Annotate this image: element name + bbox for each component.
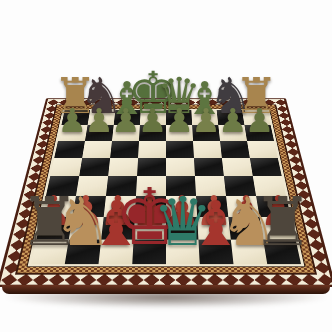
piece-green-P-f7[interactable]: ♟: [191, 104, 221, 137]
piece-green-P-h7[interactable]: ♟: [245, 104, 275, 137]
piece-green-P-a7[interactable]: ♟: [58, 104, 88, 137]
chess-set-photo: ♜♞♝♚♛♝♞♜♟♟♟♟♟♟♟♟♟♟♟♟♟♟♟♟♜♞♝♚♛♝♞♜: [0, 0, 332, 332]
piece-green-P-c7[interactable]: ♟: [111, 104, 141, 137]
piece-green-P-e7[interactable]: ♟: [165, 104, 195, 137]
piece-green-P-b7[interactable]: ♟: [84, 104, 114, 137]
pieces-layer: ♜♞♝♚♛♝♞♜♟♟♟♟♟♟♟♟♟♟♟♟♟♟♟♟♜♞♝♚♛♝♞♜: [0, 0, 332, 332]
piece-green-P-g7[interactable]: ♟: [218, 104, 248, 137]
piece-red-R-h1[interactable]: ♜: [252, 189, 312, 256]
piece-green-P-d7[interactable]: ♟: [138, 104, 168, 137]
